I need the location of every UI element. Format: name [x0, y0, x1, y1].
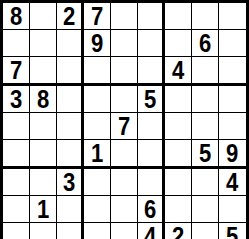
cell-r1c6[interactable] [138, 3, 165, 30]
cell-r7c9[interactable]: 4 [219, 169, 246, 196]
cell-r7c5[interactable] [111, 169, 138, 196]
given-digit: 9 [91, 30, 103, 56]
cell-r9c3[interactable] [57, 223, 84, 239]
cell-r7c3[interactable]: 3 [57, 169, 84, 196]
given-digit: 6 [144, 196, 156, 222]
cell-r3c5[interactable] [111, 57, 138, 86]
cell-r6c4[interactable]: 1 [84, 140, 111, 169]
cell-r5c5[interactable]: 7 [111, 113, 138, 140]
cell-r4c1[interactable]: 3 [3, 86, 30, 113]
cell-r7c8[interactable] [192, 169, 219, 196]
cell-r7c6[interactable] [138, 169, 165, 196]
cell-r6c1[interactable] [3, 140, 30, 169]
given-digit: 8 [10, 3, 22, 29]
cell-r6c3[interactable] [57, 140, 84, 169]
given-digit: 3 [10, 86, 22, 112]
cell-r8c9[interactable] [219, 196, 246, 223]
cell-r5c8[interactable] [192, 113, 219, 140]
cell-r2c9[interactable] [219, 30, 246, 57]
cell-r8c4[interactable] [84, 196, 111, 223]
cell-r2c6[interactable] [138, 30, 165, 57]
given-digit: 7 [91, 3, 103, 29]
given-digit: 6 [199, 30, 211, 56]
sudoku-board: 827967438571593416425 [0, 0, 249, 239]
cell-r9c2[interactable] [30, 223, 57, 239]
given-digit: 5 [199, 140, 211, 166]
given-digit: 4 [172, 57, 184, 83]
cell-r1c8[interactable] [192, 3, 219, 30]
cell-r5c7[interactable] [165, 113, 192, 140]
cell-r4c4[interactable] [84, 86, 111, 113]
given-digit: 1 [37, 196, 49, 222]
given-digit: 5 [144, 86, 156, 112]
cell-r9c7[interactable]: 2 [165, 223, 192, 239]
cell-r1c7[interactable] [165, 3, 192, 30]
cell-r4c7[interactable] [165, 86, 192, 113]
cell-r3c2[interactable] [30, 57, 57, 86]
cell-r2c5[interactable] [111, 30, 138, 57]
given-digit: 7 [10, 57, 22, 83]
cell-r8c6[interactable]: 6 [138, 196, 165, 223]
cell-r3c9[interactable] [219, 57, 246, 86]
cell-r7c2[interactable] [30, 169, 57, 196]
cell-r2c4[interactable]: 9 [84, 30, 111, 57]
given-digit: 9 [226, 140, 238, 166]
cell-r2c1[interactable] [3, 30, 30, 57]
cell-r9c4[interactable] [84, 223, 111, 239]
cell-r3c7[interactable]: 4 [165, 57, 192, 86]
given-digit: 3 [63, 169, 75, 195]
cell-r4c9[interactable] [219, 86, 246, 113]
given-digit: 2 [63, 3, 75, 29]
cell-r2c7[interactable] [165, 30, 192, 57]
cell-r8c2[interactable]: 1 [30, 196, 57, 223]
cell-r4c2[interactable]: 8 [30, 86, 57, 113]
given-digit: 4 [144, 223, 156, 239]
cell-r8c8[interactable] [192, 196, 219, 223]
cell-r7c4[interactable] [84, 169, 111, 196]
cell-r6c8[interactable]: 5 [192, 140, 219, 169]
cell-r9c8[interactable] [192, 223, 219, 239]
cell-r7c7[interactable] [165, 169, 192, 196]
cell-r6c5[interactable] [111, 140, 138, 169]
cell-r6c6[interactable] [138, 140, 165, 169]
cell-r2c8[interactable]: 6 [192, 30, 219, 57]
cell-r3c6[interactable] [138, 57, 165, 86]
cell-r1c4[interactable]: 7 [84, 3, 111, 30]
cell-r9c5[interactable] [111, 223, 138, 239]
cell-r8c7[interactable] [165, 196, 192, 223]
cell-r1c9[interactable] [219, 3, 246, 30]
cell-r6c7[interactable] [165, 140, 192, 169]
cell-r8c5[interactable] [111, 196, 138, 223]
cell-r7c1[interactable] [3, 169, 30, 196]
given-digit: 2 [172, 223, 184, 239]
cell-r1c1[interactable]: 8 [3, 3, 30, 30]
cell-r9c1[interactable] [3, 223, 30, 239]
cell-r5c1[interactable] [3, 113, 30, 140]
cell-r8c3[interactable] [57, 196, 84, 223]
cell-r3c1[interactable]: 7 [3, 57, 30, 86]
cell-r3c3[interactable] [57, 57, 84, 86]
cell-r2c3[interactable] [57, 30, 84, 57]
cell-r5c9[interactable] [219, 113, 246, 140]
cell-r5c3[interactable] [57, 113, 84, 140]
cell-r5c6[interactable] [138, 113, 165, 140]
given-digit: 1 [91, 140, 103, 166]
given-digit: 4 [226, 169, 238, 195]
cell-r9c9[interactable]: 5 [219, 223, 246, 239]
cell-r5c2[interactable] [30, 113, 57, 140]
cell-r3c8[interactable] [192, 57, 219, 86]
given-digit: 8 [37, 86, 49, 112]
cell-r4c8[interactable] [192, 86, 219, 113]
cell-r1c3[interactable]: 2 [57, 3, 84, 30]
cell-r9c6[interactable]: 4 [138, 223, 165, 239]
given-digit: 5 [226, 223, 238, 239]
cell-r1c2[interactable] [30, 3, 57, 30]
given-digit: 7 [118, 113, 130, 139]
cell-r6c9[interactable]: 9 [219, 140, 246, 169]
cell-r3c4[interactable] [84, 57, 111, 86]
cell-r5c4[interactable] [84, 113, 111, 140]
cell-r1c5[interactable] [111, 3, 138, 30]
cell-r8c1[interactable] [3, 196, 30, 223]
cell-r4c6[interactable]: 5 [138, 86, 165, 113]
cell-r2c2[interactable] [30, 30, 57, 57]
cell-r4c3[interactable] [57, 86, 84, 113]
cell-r6c2[interactable] [30, 140, 57, 169]
cell-r4c5[interactable] [111, 86, 138, 113]
